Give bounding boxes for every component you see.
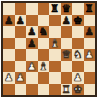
square-a6[interactable] [3,26,15,38]
white-queen: ♛ [62,49,71,61]
black-pawn: ♟ [85,26,94,38]
square-e4[interactable] [49,49,61,61]
square-d5[interactable] [38,38,50,50]
square-e2[interactable] [49,72,61,84]
square-c3[interactable]: ♟ [26,61,38,73]
square-g1[interactable]: ♚ [72,84,84,96]
square-d3[interactable]: ♝ [38,61,50,73]
square-d1[interactable] [38,84,50,96]
square-h6[interactable]: ♟ [84,26,96,38]
square-f7[interactable]: ♟ [61,15,73,27]
square-h4[interactable]: ♟ [84,49,96,61]
square-c2[interactable] [26,72,38,84]
square-g4[interactable]: ♞ [72,49,84,61]
square-f3[interactable] [61,61,73,73]
black-pawn: ♟ [62,14,71,26]
square-g7[interactable]: ♚ [72,15,84,27]
black-rook: ♜ [85,3,94,15]
square-b7[interactable]: ♟ [15,15,27,27]
square-f4[interactable]: ♛ [61,49,73,61]
square-e5[interactable]: ♝ [49,38,61,50]
white-bishop: ♝ [50,37,59,49]
square-a5[interactable] [3,38,15,50]
black-knight: ♞ [39,26,48,38]
black-pawn: ♟ [16,14,25,26]
white-king: ♚ [73,83,82,95]
black-rook: ♜ [50,3,59,15]
white-knight: ♞ [73,49,82,61]
square-b6[interactable] [15,26,27,38]
square-e3[interactable] [49,61,61,73]
black-pawn: ♟ [27,37,36,49]
white-pawn: ♟ [4,72,13,84]
square-e8[interactable]: ♜ [49,3,61,15]
square-f6[interactable] [61,26,73,38]
white-rook: ♜ [62,83,71,95]
square-a4[interactable] [3,49,15,61]
square-h2[interactable] [84,72,96,84]
square-b5[interactable] [15,38,27,50]
square-c5[interactable]: ♟ [26,38,38,50]
square-a7[interactable]: ♟ [3,15,15,27]
square-g6[interactable] [72,26,84,38]
black-pawn: ♟ [4,14,13,26]
square-d8[interactable] [38,3,50,15]
white-pawn: ♟ [16,72,25,84]
black-king: ♚ [73,14,82,26]
square-d2[interactable] [38,72,50,84]
square-h1[interactable] [84,84,96,96]
square-h8[interactable]: ♜ [84,3,96,15]
square-b4[interactable] [15,49,27,61]
square-e7[interactable] [49,15,61,27]
square-b2[interactable]: ♟ [15,72,27,84]
chess-board-frame: ♜♛♜♟♟♟♚♟♞♟♟♝♛♞♟♟♝♟♟♟♜♚ [1,1,97,97]
square-c8[interactable] [26,3,38,15]
square-h3[interactable] [84,61,96,73]
square-a1[interactable] [3,84,15,96]
square-f1[interactable]: ♜ [61,84,73,96]
white-bishop: ♝ [39,60,48,72]
square-e1[interactable] [49,84,61,96]
square-b1[interactable] [15,84,27,96]
square-d6[interactable]: ♞ [38,26,50,38]
square-a2[interactable]: ♟ [3,72,15,84]
square-c1[interactable] [26,84,38,96]
white-pawn: ♟ [85,49,94,61]
white-pawn: ♟ [27,60,36,72]
chess-board: ♜♛♜♟♟♟♚♟♞♟♟♝♛♞♟♟♝♟♟♟♜♚ [3,3,95,95]
